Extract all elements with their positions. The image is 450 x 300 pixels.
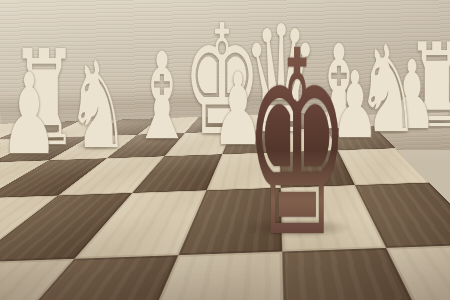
piece-white-knight-g1[interactable]: ♞	[67, 46, 129, 166]
piece-white-pawn-h2[interactable]: ♟	[0, 58, 58, 170]
piece-white-bishop-f1[interactable]: ♝	[131, 37, 193, 157]
piece-black-king-d3[interactable]: ♚	[244, 17, 349, 272]
chess-photo-scene: ♜♟♞♝♚♟♛♝♟♞♟♜♚	[0, 0, 450, 300]
